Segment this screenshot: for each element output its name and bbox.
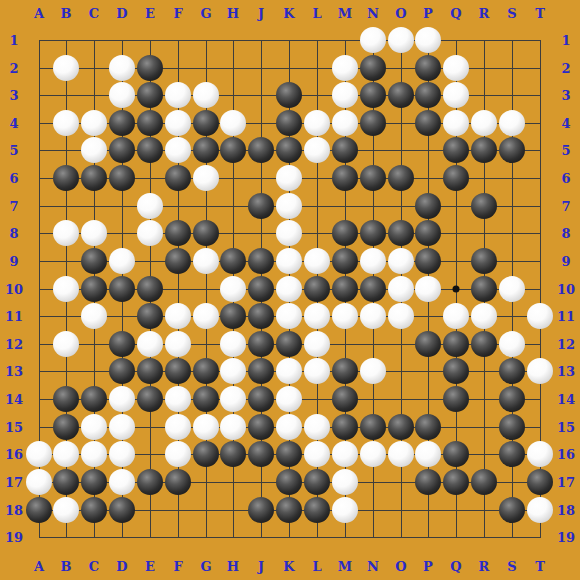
black-stone-g8[interactable]	[193, 220, 219, 246]
col-label-bottom-o: O	[395, 560, 406, 573]
black-stone-m10[interactable]	[332, 276, 358, 302]
black-stone-r12[interactable]	[471, 331, 497, 357]
white-stone-f16[interactable]	[165, 441, 191, 467]
white-stone-a16[interactable]	[26, 441, 52, 467]
star-point-q10	[453, 286, 460, 293]
black-stone-q12[interactable]	[443, 331, 469, 357]
white-stone-d16[interactable]	[109, 441, 135, 467]
black-stone-c18[interactable]	[81, 497, 107, 523]
white-stone-l5[interactable]	[304, 137, 330, 163]
white-stone-h13[interactable]	[220, 358, 246, 384]
black-stone-e17[interactable]	[137, 469, 163, 495]
white-stone-k11[interactable]	[276, 303, 302, 329]
black-stone-r17[interactable]	[471, 469, 497, 495]
white-stone-p16[interactable]	[415, 441, 441, 467]
white-stone-b18[interactable]	[53, 497, 79, 523]
col-label-bottom-n: N	[367, 560, 379, 573]
black-stone-q16[interactable]	[443, 441, 469, 467]
white-stone-b12[interactable]	[53, 331, 79, 357]
black-stone-k16[interactable]	[276, 441, 302, 467]
white-stone-t13[interactable]	[527, 358, 553, 384]
black-stone-e13[interactable]	[137, 358, 163, 384]
black-stone-c17[interactable]	[81, 469, 107, 495]
black-stone-k17[interactable]	[276, 469, 302, 495]
row-label-left-5: 5	[9, 144, 18, 157]
white-stone-l15[interactable]	[304, 414, 330, 440]
black-stone-p2[interactable]	[415, 55, 441, 81]
white-stone-b8[interactable]	[53, 220, 79, 246]
row-label-right-3: 3	[561, 89, 570, 102]
black-stone-c6[interactable]	[81, 165, 107, 191]
grid-hline	[39, 537, 541, 538]
white-stone-q4[interactable]	[443, 110, 469, 136]
black-stone-t17[interactable]	[527, 469, 553, 495]
row-label-left-18: 18	[5, 504, 23, 517]
white-stone-q2[interactable]	[443, 55, 469, 81]
black-stone-f8[interactable]	[165, 220, 191, 246]
black-stone-s13[interactable]	[499, 358, 525, 384]
white-stone-t18[interactable]	[527, 497, 553, 523]
row-label-left-16: 16	[5, 448, 23, 461]
row-label-right-5: 5	[561, 144, 570, 157]
col-label-top-j: J	[258, 7, 264, 20]
black-stone-k3[interactable]	[276, 82, 302, 108]
col-label-top-k: K	[283, 7, 294, 20]
black-stone-m5[interactable]	[332, 137, 358, 163]
white-stone-h12[interactable]	[220, 331, 246, 357]
white-stone-h10[interactable]	[220, 276, 246, 302]
white-stone-c15[interactable]	[81, 414, 107, 440]
white-stone-b16[interactable]	[53, 441, 79, 467]
black-stone-m13[interactable]	[332, 358, 358, 384]
black-stone-a18[interactable]	[26, 497, 52, 523]
black-stone-e3[interactable]	[137, 82, 163, 108]
col-label-top-m: M	[338, 7, 352, 20]
grid-hline	[39, 40, 541, 41]
row-label-left-3: 3	[9, 89, 18, 102]
row-label-right-4: 4	[561, 117, 570, 130]
black-stone-c10[interactable]	[81, 276, 107, 302]
white-stone-k15[interactable]	[276, 414, 302, 440]
black-stone-e5[interactable]	[137, 137, 163, 163]
white-stone-s4[interactable]	[499, 110, 525, 136]
col-label-bottom-d: D	[116, 560, 127, 573]
white-stone-s12[interactable]	[499, 331, 525, 357]
col-label-bottom-e: E	[145, 560, 155, 573]
black-stone-j12[interactable]	[248, 331, 274, 357]
black-stone-f13[interactable]	[165, 358, 191, 384]
col-label-top-f: F	[173, 7, 182, 20]
white-stone-c5[interactable]	[81, 137, 107, 163]
black-stone-p8[interactable]	[415, 220, 441, 246]
row-label-right-18: 18	[557, 504, 575, 517]
black-stone-b6[interactable]	[53, 165, 79, 191]
black-stone-e2[interactable]	[137, 55, 163, 81]
white-stone-o1[interactable]	[388, 27, 414, 53]
white-stone-c8[interactable]	[81, 220, 107, 246]
black-stone-k4[interactable]	[276, 110, 302, 136]
black-stone-n4[interactable]	[360, 110, 386, 136]
go-board[interactable]: AABBCCDDEEFFGGHHJJKKLLMMNNOOPPQQRRSSTT11…	[0, 0, 580, 580]
col-label-top-b: B	[61, 7, 72, 20]
white-stone-g15[interactable]	[193, 414, 219, 440]
white-stone-l4[interactable]	[304, 110, 330, 136]
row-label-right-9: 9	[561, 255, 570, 268]
row-label-left-19: 19	[5, 531, 23, 544]
white-stone-k10[interactable]	[276, 276, 302, 302]
white-stone-o16[interactable]	[388, 441, 414, 467]
black-stone-h5[interactable]	[220, 137, 246, 163]
white-stone-n16[interactable]	[360, 441, 386, 467]
black-stone-m9[interactable]	[332, 248, 358, 274]
white-stone-e8[interactable]	[137, 220, 163, 246]
white-stone-f15[interactable]	[165, 414, 191, 440]
black-stone-p17[interactable]	[415, 469, 441, 495]
white-stone-f12[interactable]	[165, 331, 191, 357]
black-stone-o6[interactable]	[388, 165, 414, 191]
col-label-top-g: G	[200, 7, 211, 20]
row-label-right-11: 11	[557, 310, 575, 323]
white-stone-r4[interactable]	[471, 110, 497, 136]
white-stone-d17[interactable]	[109, 469, 135, 495]
row-label-left-13: 13	[5, 365, 23, 378]
row-label-right-13: 13	[557, 365, 575, 378]
white-stone-l12[interactable]	[304, 331, 330, 357]
col-label-top-a: A	[34, 7, 44, 20]
black-stone-q17[interactable]	[443, 469, 469, 495]
white-stone-g6[interactable]	[193, 165, 219, 191]
white-stone-d14[interactable]	[109, 386, 135, 412]
white-stone-d9[interactable]	[109, 248, 135, 274]
black-stone-s18[interactable]	[499, 497, 525, 523]
black-stone-d10[interactable]	[109, 276, 135, 302]
row-label-right-10: 10	[557, 283, 575, 296]
row-label-left-10: 10	[5, 283, 23, 296]
col-label-bottom-b: B	[61, 560, 72, 573]
row-label-right-14: 14	[557, 393, 575, 406]
col-label-bottom-c: C	[89, 560, 99, 573]
white-stone-f11[interactable]	[165, 303, 191, 329]
black-stone-r9[interactable]	[471, 248, 497, 274]
black-stone-j11[interactable]	[248, 303, 274, 329]
black-stone-k18[interactable]	[276, 497, 302, 523]
col-label-bottom-q: Q	[450, 560, 461, 573]
black-stone-e14[interactable]	[137, 386, 163, 412]
white-stone-q11[interactable]	[443, 303, 469, 329]
black-stone-q5[interactable]	[443, 137, 469, 163]
white-stone-h4[interactable]	[220, 110, 246, 136]
black-stone-g13[interactable]	[193, 358, 219, 384]
col-label-bottom-t: T	[535, 560, 545, 573]
white-stone-l11[interactable]	[304, 303, 330, 329]
white-stone-e7[interactable]	[137, 193, 163, 219]
white-stone-h14[interactable]	[220, 386, 246, 412]
black-stone-d5[interactable]	[109, 137, 135, 163]
white-stone-n9[interactable]	[360, 248, 386, 274]
black-stone-c9[interactable]	[81, 248, 107, 274]
black-stone-j10[interactable]	[248, 276, 274, 302]
row-label-left-8: 8	[9, 227, 18, 240]
white-stone-g9[interactable]	[193, 248, 219, 274]
black-stone-d13[interactable]	[109, 358, 135, 384]
row-label-left-11: 11	[5, 310, 23, 323]
black-stone-g4[interactable]	[193, 110, 219, 136]
black-stone-r5[interactable]	[471, 137, 497, 163]
white-stone-s10[interactable]	[499, 276, 525, 302]
black-stone-b17[interactable]	[53, 469, 79, 495]
white-stone-c4[interactable]	[81, 110, 107, 136]
black-stone-p4[interactable]	[415, 110, 441, 136]
white-stone-t11[interactable]	[527, 303, 553, 329]
black-stone-g16[interactable]	[193, 441, 219, 467]
black-stone-r10[interactable]	[471, 276, 497, 302]
col-label-top-h: H	[227, 7, 239, 20]
black-stone-k5[interactable]	[276, 137, 302, 163]
white-stone-f14[interactable]	[165, 386, 191, 412]
col-label-bottom-m: M	[338, 560, 352, 573]
row-label-left-17: 17	[5, 476, 23, 489]
col-label-top-d: D	[116, 7, 127, 20]
white-stone-o9[interactable]	[388, 248, 414, 274]
white-stone-l9[interactable]	[304, 248, 330, 274]
white-stone-t16[interactable]	[527, 441, 553, 467]
white-stone-b4[interactable]	[53, 110, 79, 136]
row-label-left-15: 15	[5, 421, 23, 434]
white-stone-c16[interactable]	[81, 441, 107, 467]
white-stone-g11[interactable]	[193, 303, 219, 329]
black-stone-d6[interactable]	[109, 165, 135, 191]
col-label-bottom-j: J	[258, 560, 264, 573]
white-stone-m2[interactable]	[332, 55, 358, 81]
white-stone-m18[interactable]	[332, 497, 358, 523]
col-label-top-t: T	[535, 7, 545, 20]
black-stone-e10[interactable]	[137, 276, 163, 302]
white-stone-m4[interactable]	[332, 110, 358, 136]
black-stone-p15[interactable]	[415, 414, 441, 440]
row-label-right-16: 16	[557, 448, 575, 461]
col-label-bottom-p: P	[423, 560, 433, 573]
black-stone-f6[interactable]	[165, 165, 191, 191]
black-stone-p9[interactable]	[415, 248, 441, 274]
black-stone-o8[interactable]	[388, 220, 414, 246]
col-label-top-q: Q	[450, 7, 461, 20]
black-stone-m14[interactable]	[332, 386, 358, 412]
black-stone-m6[interactable]	[332, 165, 358, 191]
white-stone-f5[interactable]	[165, 137, 191, 163]
col-label-top-r: R	[479, 7, 490, 20]
col-label-bottom-h: H	[227, 560, 239, 573]
row-label-right-2: 2	[561, 62, 570, 75]
black-stone-j15[interactable]	[248, 414, 274, 440]
row-label-left-9: 9	[9, 255, 18, 268]
white-stone-n1[interactable]	[360, 27, 386, 53]
white-stone-b10[interactable]	[53, 276, 79, 302]
row-label-right-17: 17	[557, 476, 575, 489]
black-stone-l17[interactable]	[304, 469, 330, 495]
row-label-right-12: 12	[557, 338, 575, 351]
black-stone-s5[interactable]	[499, 137, 525, 163]
black-stone-e11[interactable]	[137, 303, 163, 329]
white-stone-m3[interactable]	[332, 82, 358, 108]
black-stone-b14[interactable]	[53, 386, 79, 412]
col-label-bottom-g: G	[200, 560, 211, 573]
row-label-right-1: 1	[561, 34, 570, 47]
white-stone-k6[interactable]	[276, 165, 302, 191]
black-stone-j9[interactable]	[248, 248, 274, 274]
black-stone-n6[interactable]	[360, 165, 386, 191]
col-label-top-e: E	[145, 7, 155, 20]
white-stone-g3[interactable]	[193, 82, 219, 108]
black-stone-j14[interactable]	[248, 386, 274, 412]
black-stone-l18[interactable]	[304, 497, 330, 523]
col-label-bottom-l: L	[312, 560, 321, 573]
black-stone-n8[interactable]	[360, 220, 386, 246]
white-stone-f3[interactable]	[165, 82, 191, 108]
black-stone-h11[interactable]	[220, 303, 246, 329]
white-stone-l16[interactable]	[304, 441, 330, 467]
black-stone-f17[interactable]	[165, 469, 191, 495]
black-stone-m8[interactable]	[332, 220, 358, 246]
row-label-left-12: 12	[5, 338, 23, 351]
row-label-left-2: 2	[9, 62, 18, 75]
white-stone-b2[interactable]	[53, 55, 79, 81]
row-label-left-1: 1	[9, 34, 18, 47]
black-stone-c14[interactable]	[81, 386, 107, 412]
white-stone-f4[interactable]	[165, 110, 191, 136]
white-stone-m11[interactable]	[332, 303, 358, 329]
white-stone-d2[interactable]	[109, 55, 135, 81]
white-stone-q3[interactable]	[443, 82, 469, 108]
black-stone-o3[interactable]	[388, 82, 414, 108]
white-stone-n11[interactable]	[360, 303, 386, 329]
black-stone-k12[interactable]	[276, 331, 302, 357]
black-stone-b15[interactable]	[53, 414, 79, 440]
white-stone-r11[interactable]	[471, 303, 497, 329]
black-stone-e4[interactable]	[137, 110, 163, 136]
white-stone-k9[interactable]	[276, 248, 302, 274]
black-stone-o15[interactable]	[388, 414, 414, 440]
white-stone-o10[interactable]	[388, 276, 414, 302]
col-label-top-n: N	[367, 7, 379, 20]
row-label-left-7: 7	[9, 200, 18, 213]
white-stone-k14[interactable]	[276, 386, 302, 412]
black-stone-p3[interactable]	[415, 82, 441, 108]
row-label-left-4: 4	[9, 117, 18, 130]
black-stone-j7[interactable]	[248, 193, 274, 219]
black-stone-s16[interactable]	[499, 441, 525, 467]
white-stone-d15[interactable]	[109, 414, 135, 440]
row-label-right-8: 8	[561, 227, 570, 240]
white-stone-p1[interactable]	[415, 27, 441, 53]
black-stone-d4[interactable]	[109, 110, 135, 136]
black-stone-l10[interactable]	[304, 276, 330, 302]
row-label-right-19: 19	[557, 531, 575, 544]
black-stone-q14[interactable]	[443, 386, 469, 412]
col-label-top-l: L	[312, 7, 321, 20]
black-stone-p7[interactable]	[415, 193, 441, 219]
black-stone-m15[interactable]	[332, 414, 358, 440]
white-stone-m16[interactable]	[332, 441, 358, 467]
white-stone-a17[interactable]	[26, 469, 52, 495]
black-stone-n2[interactable]	[360, 55, 386, 81]
col-label-bottom-s: S	[507, 560, 516, 573]
row-label-right-6: 6	[561, 172, 570, 185]
black-stone-h16[interactable]	[220, 441, 246, 467]
black-stone-g14[interactable]	[193, 386, 219, 412]
row-label-left-6: 6	[9, 172, 18, 185]
black-stone-h9[interactable]	[220, 248, 246, 274]
white-stone-c11[interactable]	[81, 303, 107, 329]
row-label-right-7: 7	[561, 200, 570, 213]
col-label-top-s: S	[507, 7, 516, 20]
row-label-left-14: 14	[5, 393, 23, 406]
white-stone-k7[interactable]	[276, 193, 302, 219]
black-stone-p12[interactable]	[415, 331, 441, 357]
black-stone-r7[interactable]	[471, 193, 497, 219]
white-stone-l13[interactable]	[304, 358, 330, 384]
black-stone-g5[interactable]	[193, 137, 219, 163]
col-label-top-c: C	[89, 7, 99, 20]
col-label-top-p: P	[423, 7, 433, 20]
white-stone-e12[interactable]	[137, 331, 163, 357]
col-label-bottom-a: A	[34, 560, 44, 573]
black-stone-n10[interactable]	[360, 276, 386, 302]
white-stone-k13[interactable]	[276, 358, 302, 384]
col-label-bottom-k: K	[283, 560, 294, 573]
white-stone-h15[interactable]	[220, 414, 246, 440]
white-stone-n13[interactable]	[360, 358, 386, 384]
black-stone-j13[interactable]	[248, 358, 274, 384]
black-stone-s15[interactable]	[499, 414, 525, 440]
black-stone-n3[interactable]	[360, 82, 386, 108]
black-stone-q6[interactable]	[443, 165, 469, 191]
white-stone-d3[interactable]	[109, 82, 135, 108]
col-label-bottom-r: R	[479, 560, 490, 573]
col-label-bottom-f: F	[173, 560, 182, 573]
col-label-top-o: O	[395, 7, 406, 20]
black-stone-j16[interactable]	[248, 441, 274, 467]
black-stone-j5[interactable]	[248, 137, 274, 163]
black-stone-d12[interactable]	[109, 331, 135, 357]
white-stone-m17[interactable]	[332, 469, 358, 495]
black-stone-f9[interactable]	[165, 248, 191, 274]
white-stone-p10[interactable]	[415, 276, 441, 302]
black-stone-n15[interactable]	[360, 414, 386, 440]
black-stone-j18[interactable]	[248, 497, 274, 523]
black-stone-d18[interactable]	[109, 497, 135, 523]
row-label-right-15: 15	[557, 421, 575, 434]
white-stone-k8[interactable]	[276, 220, 302, 246]
black-stone-q13[interactable]	[443, 358, 469, 384]
black-stone-s14[interactable]	[499, 386, 525, 412]
white-stone-o11[interactable]	[388, 303, 414, 329]
